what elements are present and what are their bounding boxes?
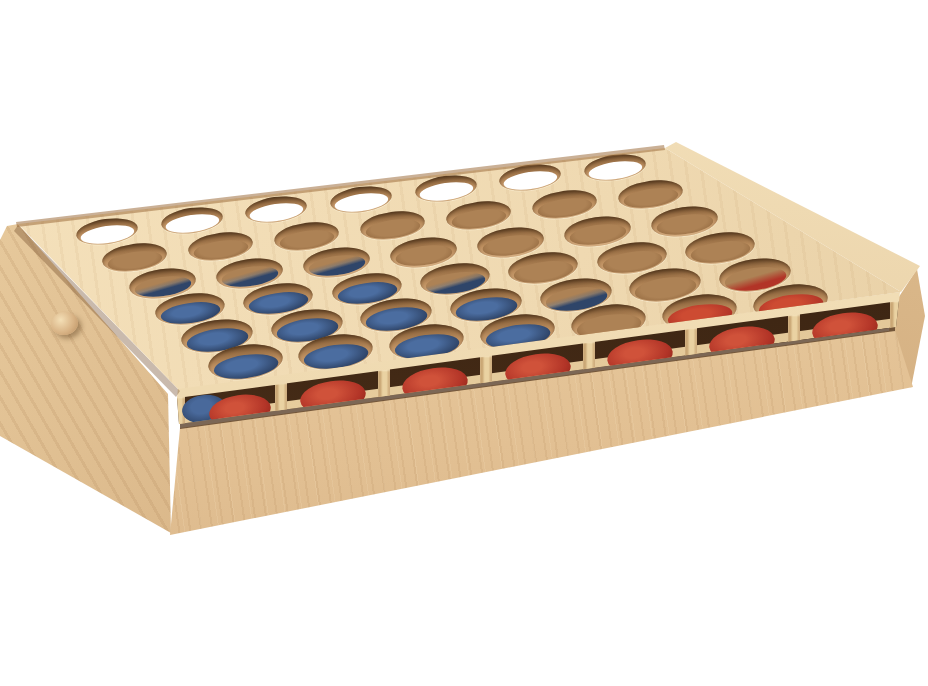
hole-r2c7 xyxy=(616,176,684,212)
hole-r1c1 xyxy=(75,214,140,247)
empty-hole-interior xyxy=(278,226,336,252)
hole-r2c5 xyxy=(444,197,512,233)
open-hole xyxy=(334,190,389,214)
slot-pillar xyxy=(480,355,492,384)
open-hole xyxy=(164,211,219,235)
empty-hole-interior xyxy=(655,211,715,238)
slot-pillar xyxy=(583,341,595,370)
empty-hole-interior xyxy=(450,205,508,231)
empty-hole-interior xyxy=(536,195,594,221)
open-hole xyxy=(80,222,135,246)
open-hole xyxy=(418,179,473,203)
empty-hole-interior xyxy=(192,237,250,263)
hole-r2c6 xyxy=(530,187,598,223)
slot-pillar xyxy=(685,327,697,356)
empty-hole-interior xyxy=(364,216,422,242)
slot-pillar xyxy=(788,314,800,342)
empty-hole-interior xyxy=(622,184,680,210)
open-hole xyxy=(588,158,643,182)
open-hole xyxy=(503,169,558,193)
slot-pillar xyxy=(378,369,390,398)
connect-four-wooden-box-photo xyxy=(0,0,928,686)
open-hole xyxy=(249,201,304,225)
slot-pillar xyxy=(275,382,287,412)
